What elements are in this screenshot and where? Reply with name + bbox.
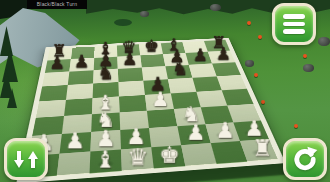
piece-black-knight[interactable]: ♞ (172, 60, 188, 78)
turn-banner: Black/Black Turn (27, 0, 87, 9)
piece-white-pawn[interactable]: ♟ (186, 122, 206, 144)
square-a4[interactable] (36, 100, 66, 118)
square-g2[interactable]: ♟ (205, 122, 240, 143)
piece-white-rook[interactable]: ♜ (252, 137, 272, 160)
piece-black-pawn[interactable]: ♟ (122, 50, 138, 67)
piece-white-pawn[interactable]: ♟ (65, 130, 85, 152)
piece-black-pawn[interactable]: ♟ (216, 45, 231, 62)
piece-white-pawn[interactable]: ♟ (151, 89, 169, 109)
piece-white-king[interactable]: ♚ (159, 143, 180, 166)
square-c1[interactable]: ♝ (90, 149, 122, 173)
square-h4[interactable] (222, 89, 254, 106)
game-scene: ♜♝♛♚♝♜♟♟♟♟♟♟♟♞♞♟♝♟♞♞♟♟♟♟♟♟♟♜♝♛♚♜ Black/B… (0, 0, 330, 182)
swap-arrows-icon (14, 151, 38, 168)
menu-button[interactable] (272, 3, 316, 45)
square-e3[interactable] (147, 109, 177, 128)
square-b2[interactable]: ♟ (59, 132, 91, 154)
square-b6[interactable] (68, 70, 94, 85)
swap-sides-button[interactable] (4, 138, 48, 180)
square-b4[interactable] (64, 98, 93, 116)
piece-black-knight[interactable]: ♞ (98, 64, 114, 82)
piece-white-bishop[interactable]: ♝ (95, 148, 116, 171)
piece-black-pawn[interactable]: ♟ (74, 53, 90, 71)
square-c6[interactable]: ♞ (93, 69, 118, 84)
square-b5[interactable] (66, 84, 93, 100)
square-d1[interactable]: ♛ (121, 147, 154, 171)
square-h6[interactable] (212, 62, 241, 76)
piece-black-pawn[interactable]: ♟ (193, 47, 208, 64)
board-frame: ♜♝♛♚♝♜♟♟♟♟♟♟♟♞♞♟♝♟♞♞♟♟♟♟♟♟♟♜♝♛♚♜ (16, 38, 285, 182)
chess-board[interactable]: ♜♝♛♚♝♜♟♟♟♟♟♟♟♞♞♟♝♟♞♞♟♟♟♟♟♟♟♜♝♛♚♜ (24, 40, 278, 178)
piece-white-queen[interactable]: ♛ (127, 146, 148, 169)
hamburger-menu-icon (283, 14, 305, 34)
square-d5[interactable] (118, 81, 145, 97)
piece-white-pawn[interactable]: ♟ (215, 120, 234, 142)
square-g4[interactable] (196, 90, 227, 107)
square-h7[interactable]: ♟ (208, 51, 235, 64)
square-b1[interactable] (57, 152, 91, 176)
square-h5[interactable] (217, 75, 247, 90)
restart-button[interactable] (283, 138, 327, 180)
square-a6[interactable] (42, 72, 69, 87)
square-e1[interactable]: ♚ (151, 145, 185, 168)
piece-black-pawn[interactable]: ♟ (49, 54, 65, 72)
restart-clockwise-arrow-icon (292, 146, 318, 172)
square-e4[interactable]: ♟ (145, 93, 174, 110)
piece-black-king[interactable]: ♚ (144, 38, 159, 55)
square-d4[interactable] (119, 95, 147, 112)
square-h1[interactable]: ♜ (240, 139, 278, 162)
